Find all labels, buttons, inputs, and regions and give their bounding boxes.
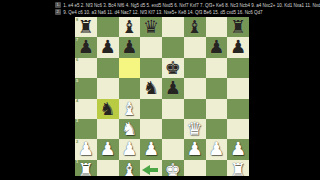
move-list-text-2: 9. Qe4 c6 10. a3 Na6 11. d4 Nac7 12. Nf3… <box>63 10 262 15</box>
rank-label-4: 4 <box>76 99 78 103</box>
move-line-1-badge: 1. <box>55 2 61 8</box>
piece-white-knight[interactable]: ♞ <box>119 119 141 139</box>
square-d5[interactable]: ♞ <box>140 78 162 98</box>
square-d7[interactable] <box>140 37 162 57</box>
square-h6[interactable] <box>227 58 249 78</box>
square-c2[interactable]: ♟ <box>119 139 141 159</box>
square-a6[interactable]: 6 <box>75 58 97 78</box>
piece-black-pawn[interactable]: ♟ <box>75 37 97 57</box>
square-g4[interactable] <box>206 99 228 119</box>
piece-white-bishop[interactable]: ♝ <box>119 99 141 119</box>
square-b2[interactable]: ♟ <box>97 139 119 159</box>
piece-white-pawn[interactable]: ♟ <box>227 139 249 159</box>
chess-board[interactable]: 8♜♝♛♝♜7♟♟♟♟♟6♚5♞♟4♞♝3♞♛2♟♟♟♟♟♟♟1♜♝♚♜ <box>75 17 249 180</box>
piece-black-knight[interactable]: ♞ <box>140 78 162 98</box>
square-h7[interactable]: ♟ <box>227 37 249 57</box>
rank-label-5: 5 <box>76 79 78 83</box>
square-f6[interactable] <box>184 58 206 78</box>
piece-white-pawn[interactable]: ♟ <box>184 139 206 159</box>
square-h4[interactable] <box>227 99 249 119</box>
square-e3[interactable] <box>162 119 184 139</box>
square-d8[interactable]: ♛ <box>140 17 162 37</box>
piece-black-pawn[interactable]: ♟ <box>162 78 184 98</box>
square-b6[interactable] <box>97 58 119 78</box>
square-d3[interactable] <box>140 119 162 139</box>
square-d6[interactable] <box>140 58 162 78</box>
piece-black-bishop[interactable]: ♝ <box>119 17 141 37</box>
square-e7[interactable] <box>162 37 184 57</box>
letterbox-bottom-bar <box>0 176 320 180</box>
piece-black-pawn[interactable]: ♟ <box>206 37 228 57</box>
piece-white-pawn[interactable]: ♟ <box>97 139 119 159</box>
square-f7[interactable] <box>184 37 206 57</box>
square-h5[interactable] <box>227 78 249 98</box>
piece-black-bishop[interactable]: ♝ <box>184 17 206 37</box>
piece-white-pawn[interactable]: ♟ <box>206 139 228 159</box>
rank-label-2: 2 <box>76 140 78 144</box>
square-d2[interactable]: ♟ <box>140 139 162 159</box>
square-h8[interactable]: ♜ <box>227 17 249 37</box>
square-b4[interactable]: ♞ <box>97 99 119 119</box>
move-list-line-1: 1.1. e4 e5 2. Nf3 Nc6 3. Bc4 Nf6 4. Ng5 … <box>55 2 320 9</box>
piece-black-king[interactable]: ♚ <box>162 58 184 78</box>
square-g8[interactable] <box>206 17 228 37</box>
piece-black-queen[interactable]: ♛ <box>140 17 162 37</box>
square-e2[interactable] <box>162 139 184 159</box>
square-f8[interactable]: ♝ <box>184 17 206 37</box>
square-c5[interactable] <box>119 78 141 98</box>
rank-label-1: 1 <box>76 160 78 164</box>
square-f3[interactable]: ♛ <box>184 119 206 139</box>
square-c4[interactable]: ♝ <box>119 99 141 119</box>
video-frame: 1.1. e4 e5 2. Nf3 Nc6 3. Bc4 Nf6 4. Ng5 … <box>0 0 320 180</box>
piece-black-knight[interactable]: ♞ <box>97 99 119 119</box>
rank-label-3: 3 <box>76 119 78 123</box>
move-list-text-1: 1. e4 e5 2. Nf3 Nc6 3. Bc4 Nf6 4. Ng5 d5… <box>63 3 320 8</box>
square-h3[interactable] <box>227 119 249 139</box>
piece-white-pawn[interactable]: ♟ <box>119 139 141 159</box>
hint-arrow-left-icon <box>142 165 158 175</box>
square-f5[interactable] <box>184 78 206 98</box>
piece-white-queen[interactable]: ♛ <box>184 119 206 139</box>
square-g3[interactable] <box>206 119 228 139</box>
square-f2[interactable]: ♟ <box>184 139 206 159</box>
piece-black-rook[interactable]: ♜ <box>227 17 249 37</box>
square-g5[interactable] <box>206 78 228 98</box>
square-a3[interactable]: 3 <box>75 119 97 139</box>
square-b7[interactable]: ♟ <box>97 37 119 57</box>
piece-white-pawn[interactable]: ♟ <box>140 139 162 159</box>
square-e6[interactable]: ♚ <box>162 58 184 78</box>
square-e4[interactable] <box>162 99 184 119</box>
piece-black-pawn[interactable]: ♟ <box>119 37 141 57</box>
square-c3[interactable]: ♞ <box>119 119 141 139</box>
rank-label-8: 8 <box>76 18 78 22</box>
square-a4[interactable]: 4 <box>75 99 97 119</box>
square-a5[interactable]: 5 <box>75 78 97 98</box>
square-c7[interactable]: ♟ <box>119 37 141 57</box>
move-list-line-2: 2.9. Qe4 c6 10. a3 Na6 11. d4 Nac7 12. N… <box>55 9 320 16</box>
square-e5[interactable]: ♟ <box>162 78 184 98</box>
square-f4[interactable] <box>184 99 206 119</box>
piece-white-pawn[interactable]: ♟ <box>75 139 97 159</box>
move-line-2-badge: 2. <box>55 9 61 15</box>
square-b5[interactable] <box>97 78 119 98</box>
square-g2[interactable]: ♟ <box>206 139 228 159</box>
square-b3[interactable] <box>97 119 119 139</box>
square-h2[interactable]: ♟ <box>227 139 249 159</box>
square-a2[interactable]: 2♟ <box>75 139 97 159</box>
square-e8[interactable] <box>162 17 184 37</box>
square-g6[interactable] <box>206 58 228 78</box>
square-b8[interactable] <box>97 17 119 37</box>
piece-black-pawn[interactable]: ♟ <box>227 37 249 57</box>
rank-label-6: 6 <box>76 58 78 62</box>
square-a8[interactable]: 8♜ <box>75 17 97 37</box>
piece-black-pawn[interactable]: ♟ <box>97 37 119 57</box>
rank-label-7: 7 <box>76 38 78 42</box>
piece-black-rook[interactable]: ♜ <box>75 17 97 37</box>
square-c8[interactable]: ♝ <box>119 17 141 37</box>
square-a7[interactable]: 7♟ <box>75 37 97 57</box>
square-c6[interactable] <box>119 58 141 78</box>
square-d4[interactable] <box>140 99 162 119</box>
square-g7[interactable]: ♟ <box>206 37 228 57</box>
